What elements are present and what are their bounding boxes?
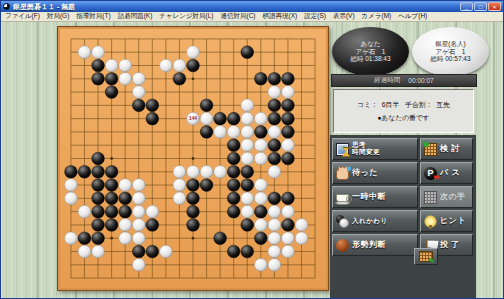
white-stone [282,139,295,152]
black-stone [241,179,254,192]
white-stone [282,86,295,99]
white-stone [105,59,118,72]
black-stone [254,232,267,245]
white-stone [78,46,91,59]
white-stone [78,245,91,258]
black-stone [105,205,118,218]
white-stone [254,139,267,152]
black-stone [92,165,105,178]
black-stone [241,219,254,232]
black-stone [187,59,200,72]
time-change-button[interactable]: 思考 時間変更 [332,138,418,160]
white-stone [65,192,78,205]
white-stone [200,112,213,125]
black-player-name: あなた [361,40,381,48]
monitor-hourglass-icon [336,143,349,156]
black-stone [146,99,159,112]
black-stone [200,99,213,112]
black-stone [146,245,159,258]
white-stone [132,72,145,85]
white-stone [254,258,267,271]
white-stone [119,219,132,232]
black-stone [282,152,295,165]
button-grid: 思考 時間変更検 討待ったパ ス一時中断次の手入れかわりヒント形勢判断投 了 [332,138,473,256]
judge-button[interactable]: 形勢判断 [332,234,418,256]
pass-label: パ ス [440,169,460,177]
app-window: 銀星囲碁１１ - 無題 _ □ × ファイル(F)対局(G)指導対局(T)詰碁問… [0,0,504,299]
black-stone [146,219,159,232]
black-stone [227,139,240,152]
white-stone [65,232,78,245]
white-stone [268,245,281,258]
black-stone [132,245,145,258]
menu-item-play[interactable]: 対局(G) [47,12,69,21]
white-stone [227,126,240,139]
black-stone [146,112,159,125]
white-player-captures: アゲ石 1 [436,48,466,56]
gray-board-icon [424,191,437,204]
black-stone [92,232,105,245]
black-stone [241,245,254,258]
black-stone [268,192,281,205]
white-player-time: 総時 00:57:43 [430,55,470,63]
pass-icon [424,167,437,180]
game-conditions: コミ：6目半 手合割：互先 [355,100,452,110]
black-stone [227,152,240,165]
white-player-stone: 銀星(名人) アゲ石 1 総時 00:57:43 [412,27,489,76]
black-stone [227,205,240,218]
white-stone [241,139,254,152]
mini-board-icon [419,251,433,262]
black-stone [105,86,118,99]
stones-swap-icon [336,215,349,228]
black-stone [187,219,200,232]
white-stone [173,165,186,178]
white-stone [146,205,159,218]
white-stone [254,179,267,192]
black-stone [78,232,91,245]
black-stone [119,192,132,205]
elapsed-value: 00:00:07 [408,77,433,84]
last-move-number: 144 [189,116,197,121]
pause-button[interactable]: 一時中断 [332,186,418,208]
coffee-icon [336,194,349,203]
black-stone [105,179,118,192]
black-stone [105,165,118,178]
white-stone [132,86,145,99]
black-stone [282,112,295,125]
black-stone [173,72,186,85]
white-stone [92,46,105,59]
black-stone [268,99,281,112]
maximize-button[interactable]: □ [474,2,487,11]
menu-item-teaching[interactable]: 指導対局(T) [76,12,110,21]
white-stone [187,165,200,178]
close-button[interactable]: × [488,2,501,11]
hint-button[interactable]: ヒント [420,210,473,232]
black-stone [268,139,281,152]
bowl-icon [336,239,349,252]
handicap-label: 手合割： [405,101,432,108]
white-stone [119,72,132,85]
app-icon [3,3,10,10]
hand-icon [336,167,349,180]
white-stone [241,205,254,218]
handicap-value: 互先 [436,101,450,108]
pass-button[interactable]: パ ス [420,162,473,184]
white-stone [132,258,145,271]
black-stone [241,165,254,178]
white-stone [268,165,281,178]
white-stone [254,152,267,165]
black-stone [92,179,105,192]
pause-label: 一時中断 [352,193,386,201]
white-stone [200,165,213,178]
komi-value: 6目半 [382,101,399,108]
black-stone [92,152,105,165]
black-stone [282,72,295,85]
menu-bar: ファイル(F)対局(G)指導対局(T)詰碁問題(K)チャレンジ対局(L)通信対局… [1,12,503,22]
black-stone [105,72,118,85]
time-change-label: 思考 時間変更 [352,142,380,156]
next-move-label: 次の手 [440,193,466,201]
black-stone [282,126,295,139]
elapsed-time-bar: 経過時間 00:00:07 [331,74,477,87]
hint-label: ヒント [440,217,466,225]
minimize-button[interactable]: _ [460,2,473,11]
white-stone [173,179,186,192]
menu-item-view[interactable]: 表示(V) [333,12,355,21]
white-stone [241,99,254,112]
black-player-captures: アゲ石 1 [356,48,386,56]
black-stone [227,112,240,125]
white-stone [132,179,145,192]
black-stone [282,219,295,232]
black-stone [200,126,213,139]
black-stone [65,165,78,178]
white-stone [173,192,186,205]
title-bar: 銀星囲碁１１ - 無題 _ □ × [1,1,503,12]
black-stone [132,99,145,112]
white-stone [241,192,254,205]
white-stone [78,205,91,218]
menu-item-help[interactable]: ヘルプ(H) [398,12,427,21]
black-stone [227,192,240,205]
white-stone [268,258,281,271]
white-stone [241,112,254,125]
window-title: 銀星囲碁１１ - 無題 [13,2,457,12]
resign-label: 投 了 [440,241,460,249]
menu-item-settings[interactable]: 設定(S) [304,12,326,21]
black-stone [187,192,200,205]
menu-item-replay[interactable]: 棋譜再現(X) [263,12,298,21]
review-label: 検 討 [440,145,460,153]
black-stone [268,72,281,85]
white-stone [132,232,145,245]
turn-message: ●あなたの番です [377,113,430,123]
board-arrow-icon [424,143,437,156]
white-stone [92,245,105,258]
white-stone [282,205,295,218]
menu-item-tsumego[interactable]: 詰碁問題(K) [118,12,153,21]
elapsed-label: 経過時間 [374,76,400,85]
black-stone [214,112,227,125]
black-stone [282,99,295,112]
black-stone [227,165,240,178]
white-stone [160,59,173,72]
white-stone [241,126,254,139]
white-stone [160,245,173,258]
white-player-name: 銀星(名人) [435,40,465,48]
black-stone [227,179,240,192]
black-stone [241,46,254,59]
swap-button[interactable]: 入れかわり [332,210,418,232]
white-stone [119,232,132,245]
undo-label: 待った [352,169,378,177]
white-stone [268,232,281,245]
bulb-icon [424,215,437,228]
white-stone [119,59,132,72]
menu-item-network[interactable]: 通信対局(C) [221,12,256,21]
black-stone [214,232,227,245]
menu-item-challenge[interactable]: チャレンジ対局(L) [159,12,213,21]
black-player-stone: あなた アゲ石 1 総時 01:38:43 [332,27,409,76]
game-info-box: コミ：6目半 手合割：互先 ●あなたの番です [333,89,474,133]
black-stone [268,112,281,125]
white-stone [214,165,227,178]
black-stone [227,245,240,258]
black-stone [119,205,132,218]
white-stone [187,46,200,59]
white-stone [282,245,295,258]
swap-label: 入れかわり [352,218,388,225]
black-stone [78,165,91,178]
black-stone [105,219,118,232]
white-stone [132,219,145,232]
white-stone [268,126,281,139]
next-move-button[interactable]: 次の手 [420,186,473,208]
black-stone [92,72,105,85]
white-stone [241,152,254,165]
undo-button[interactable]: 待った [332,162,418,184]
white-stone [65,179,78,192]
black-stone [187,205,200,218]
white-stone [173,59,186,72]
black-stone [200,179,213,192]
black-stone [92,219,105,232]
black-stone [282,192,295,205]
white-stone [254,192,267,205]
white-stone [132,205,145,218]
white-stone [254,112,267,125]
white-stone [268,86,281,99]
judge-label: 形勢判断 [352,241,386,249]
white-stone [268,219,281,232]
menu-item-file[interactable]: ファイル(F) [5,12,40,21]
black-stone [187,179,200,192]
black-stone [254,126,267,139]
black-stone [254,72,267,85]
white-stone [295,232,308,245]
review-button[interactable]: 検 討 [420,138,473,160]
black-stone [268,152,281,165]
white-stone [254,219,267,232]
white-stone [119,179,132,192]
black-stone [92,192,105,205]
black-stone [105,192,118,205]
menu-item-camera[interactable]: カメラ(M) [362,12,392,21]
white-stone [282,232,295,245]
black-stone [92,59,105,72]
white-stone [268,205,281,218]
black-stone [254,205,267,218]
white-stone [295,219,308,232]
black-player-time: 総時 01:38:43 [350,55,390,63]
goban[interactable]: 144 [57,26,329,291]
black-stone [92,205,105,218]
white-stone [214,126,227,139]
white-stone [132,192,145,205]
goban-svg[interactable]: 144 [58,27,328,290]
board-window-button[interactable] [414,248,438,265]
komi-label: コミ： [357,101,378,108]
